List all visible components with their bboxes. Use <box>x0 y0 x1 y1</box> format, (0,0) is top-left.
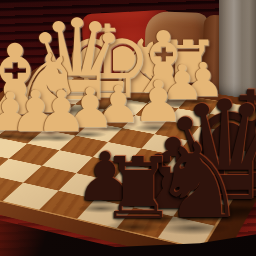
photo-stage: ♝♞♛♚♞♝♜♟♟♟♟♟♟♟♟♟♜♟♝♞♛♚ <box>0 0 256 256</box>
knight-glyph: ♞ <box>152 129 245 233</box>
pawn-glyph: ♟ <box>35 83 86 140</box>
pieces-layer: ♝♞♛♚♞♝♜♟♟♟♟♟♟♟♟♟♜♟♝♞♛♚ <box>0 0 256 256</box>
piece-shadow <box>37 134 78 142</box>
white-pawn[interactable]: ♟ <box>35 83 86 140</box>
piece-shadow <box>156 221 230 235</box>
black-knight[interactable]: ♞ <box>152 129 245 233</box>
